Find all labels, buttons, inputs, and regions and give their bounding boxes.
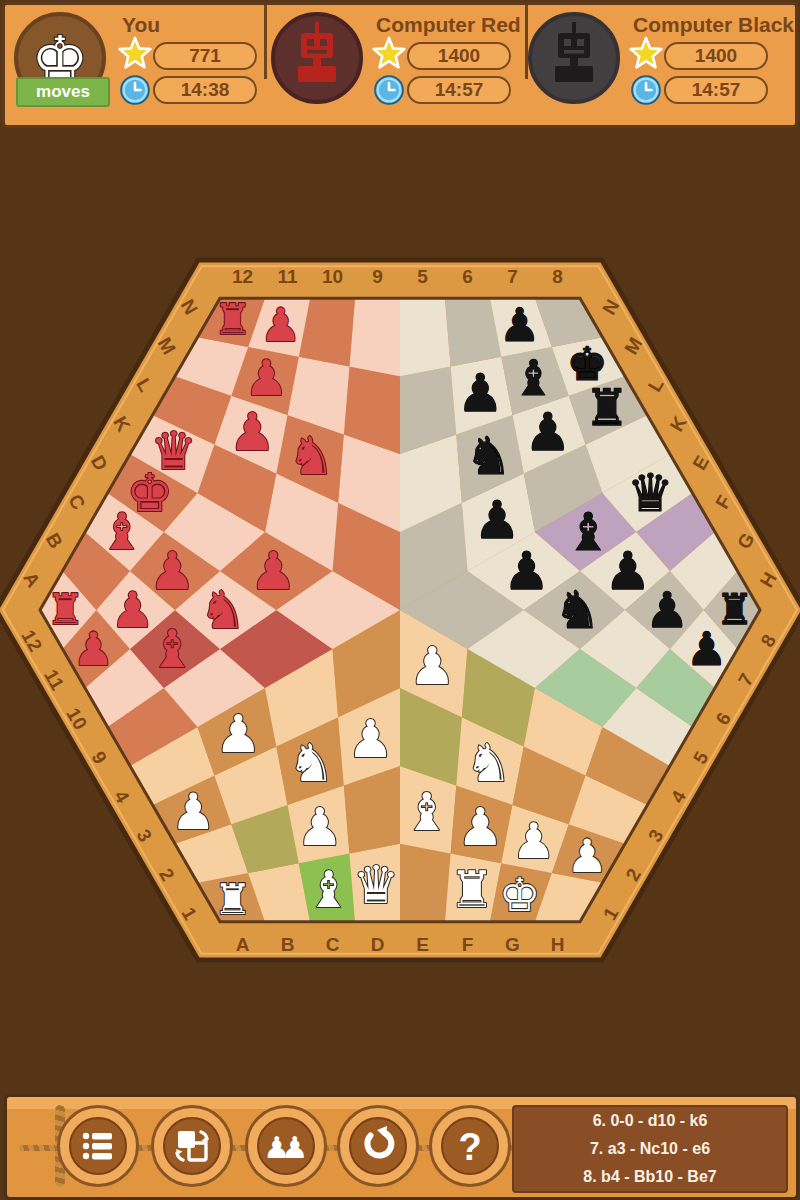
- black-robot-avatar-icon[interactable]: [526, 10, 622, 106]
- clock-icon: [629, 73, 663, 107]
- red-N-l10[interactable]: ♞: [288, 426, 335, 486]
- time-remaining: 14:38: [153, 76, 257, 104]
- coordinate-label: F: [462, 934, 474, 955]
- black-Q-e8[interactable]: ♛: [627, 463, 674, 523]
- white-P-b4[interactable]: ♟: [215, 704, 262, 764]
- white-P-d3[interactable]: ♟: [347, 709, 394, 769]
- question-mark-icon: ?: [446, 1122, 494, 1170]
- red-B-c12[interactable]: ♝: [99, 503, 144, 561]
- clock-icon: [118, 73, 152, 107]
- red-robot-avatar-icon[interactable]: [269, 10, 365, 106]
- coordinate-label: 11: [277, 266, 298, 287]
- game-board[interactable]: 12111095678NMLKDCBA12111094321ABCDEFGH12…: [0, 0, 800, 1200]
- red-P-a11[interactable]: ♟: [73, 622, 114, 676]
- black-P-f7[interactable]: ♟: [604, 541, 651, 601]
- white-P-h2[interactable]: ♟: [566, 829, 607, 883]
- cell-n9[interactable]: [349, 298, 400, 376]
- black-N-l6[interactable]: ♞: [465, 426, 512, 486]
- white-P-a3[interactable]: ♟: [171, 783, 216, 841]
- coordinate-label: 8: [552, 266, 563, 287]
- black-P-e6[interactable]: ♟: [503, 541, 550, 601]
- moves-turn-badge: moves: [16, 77, 110, 107]
- rating-value: 1400: [664, 42, 768, 70]
- app-window: 12111095678NMLKDCBA12111094321ABCDEFGH12…: [0, 0, 800, 1200]
- two-pawns-icon: ♟ ♟: [262, 1122, 310, 1170]
- bottom-toolbar: ♟ ♟ ? 6. 0-0 - d10 - k6 7. a3 - Nc10 - e…: [4, 1094, 799, 1200]
- move-list-row: 6. 0-0 - d10 - k6: [514, 1107, 786, 1135]
- help-button[interactable]: ?: [429, 1105, 511, 1187]
- white-N-f3[interactable]: ♞: [465, 733, 512, 793]
- white-P-g2[interactable]: ♟: [512, 813, 556, 870]
- red-N-c10[interactable]: ♞: [199, 580, 246, 640]
- flip-board-button[interactable]: [151, 1105, 233, 1187]
- flip-swap-icon: [168, 1122, 216, 1170]
- svg-text:♟: ♟: [282, 1130, 309, 1165]
- coordinate-label: 12: [232, 266, 253, 287]
- move-list-row: 8. b4 - Bb10 - Be7: [514, 1163, 786, 1191]
- red-P-l11[interactable]: ♟: [229, 402, 276, 462]
- coordinate-label: 10: [322, 266, 343, 287]
- black-P-g7[interactable]: ♟: [645, 582, 689, 639]
- time-remaining: 14:57: [664, 76, 768, 104]
- black-P-n7[interactable]: ♟: [499, 298, 540, 352]
- rating-value: 771: [153, 42, 257, 70]
- top-bar: ♚ moves You 771 14:38: [2, 2, 798, 128]
- white-R-f1[interactable]: ♜: [449, 861, 494, 919]
- red-P-c11[interactable]: ♟: [149, 541, 196, 601]
- white-P-e4[interactable]: ♟: [409, 636, 456, 696]
- star-rating-icon: [115, 34, 155, 74]
- black-N-f6[interactable]: ♞: [554, 580, 601, 640]
- black-P-h7[interactable]: ♟: [686, 622, 727, 676]
- star-rating-icon: [626, 34, 666, 74]
- coordinate-label: G: [505, 934, 520, 955]
- rating-value: 1400: [407, 42, 511, 70]
- white-R-a1[interactable]: ♜: [214, 875, 252, 924]
- coordinate-label: 9: [372, 266, 383, 287]
- coordinate-label: 5: [417, 266, 428, 287]
- coordinate-label: D: [371, 934, 385, 955]
- black-P-m6[interactable]: ♟: [457, 363, 504, 423]
- white-N-c3[interactable]: ♞: [288, 733, 335, 793]
- coordinate-label: B: [281, 934, 295, 955]
- cell-e1[interactable]: [400, 844, 451, 922]
- red-P-d10[interactable]: ♟: [250, 541, 297, 601]
- undo-button[interactable]: [337, 1105, 419, 1187]
- white-P-c2[interactable]: ♟: [296, 797, 343, 857]
- move-list-panel[interactable]: 6. 0-0 - d10 - k6 7. a3 - Nc10 - e6 8. b…: [512, 1105, 788, 1193]
- red-B-b10[interactable]: ♝: [149, 619, 196, 679]
- coordinate-label: 7: [507, 266, 518, 287]
- undo-arrow-icon: [354, 1122, 402, 1170]
- menu-button[interactable]: [57, 1105, 139, 1187]
- coordinate-label: E: [416, 934, 429, 955]
- white-B-e2[interactable]: ♝: [403, 782, 450, 842]
- white-K-g1[interactable]: ♚: [499, 868, 540, 922]
- move-list-row: 7. a3 - Nc10 - e6: [514, 1135, 786, 1163]
- coordinate-label: A: [236, 934, 250, 955]
- clock-icon: [372, 73, 406, 107]
- red-P-n11[interactable]: ♟: [260, 298, 301, 352]
- cell-n5[interactable]: [400, 298, 451, 376]
- coordinate-label: C: [326, 934, 340, 955]
- menu-list-icon: [74, 1122, 122, 1170]
- black-P-l7[interactable]: ♟: [524, 402, 571, 462]
- white-P-f2[interactable]: ♟: [457, 797, 504, 857]
- black-K-m8[interactable]: ♚: [566, 337, 607, 391]
- coordinate-label: 6: [462, 266, 473, 287]
- coordinate-label: H: [551, 934, 565, 955]
- white-B-c1[interactable]: ♝: [306, 861, 351, 919]
- time-remaining: 14:57: [407, 76, 511, 104]
- star-rating-icon: [369, 34, 409, 74]
- svg-text:?: ?: [458, 1126, 481, 1168]
- red-P-m11[interactable]: ♟: [244, 350, 288, 407]
- piece-set-button[interactable]: ♟ ♟: [245, 1105, 327, 1187]
- black-B-m7[interactable]: ♝: [512, 350, 556, 407]
- section-divider: [264, 5, 267, 79]
- white-Q-d1[interactable]: ♛: [353, 855, 400, 915]
- red-R-n12[interactable]: ♜: [214, 295, 252, 344]
